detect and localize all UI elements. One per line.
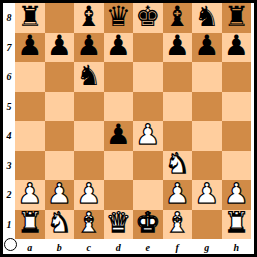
file-label-d: d xyxy=(104,239,134,254)
piece-black-rook: ♜ xyxy=(224,3,249,31)
board-layout: 87654321 ♜♝♛♚♝♞♜♟♟♟♟♟♟♟♞♟♟♞♟♟♟♟♟♟♜♞♝♛♚♝♜… xyxy=(3,3,251,254)
square-c6[interactable]: ♞ xyxy=(74,62,104,92)
piece-white-bishop: ♝ xyxy=(76,210,101,238)
piece-black-pawn: ♟ xyxy=(224,33,249,61)
square-h7[interactable]: ♟ xyxy=(222,33,252,63)
square-d4[interactable]: ♟ xyxy=(104,121,134,151)
square-f4[interactable] xyxy=(163,121,193,151)
square-b2[interactable]: ♟ xyxy=(45,180,75,210)
square-h5[interactable] xyxy=(222,92,252,122)
piece-white-knight: ♞ xyxy=(165,151,190,179)
square-e3[interactable] xyxy=(133,151,163,181)
square-h1[interactable]: ♜ xyxy=(222,210,252,240)
square-f1[interactable]: ♝ xyxy=(163,210,193,240)
piece-black-pawn: ♟ xyxy=(76,33,101,61)
piece-white-knight: ♞ xyxy=(47,210,72,238)
square-e5[interactable] xyxy=(133,92,163,122)
square-b8[interactable] xyxy=(45,3,75,33)
square-a6[interactable] xyxy=(15,62,45,92)
piece-white-rook: ♜ xyxy=(224,210,249,238)
square-a7[interactable]: ♟ xyxy=(15,33,45,63)
square-c2[interactable]: ♟ xyxy=(74,180,104,210)
square-a8[interactable]: ♜ xyxy=(15,3,45,33)
square-a3[interactable] xyxy=(15,151,45,181)
square-h8[interactable]: ♜ xyxy=(222,3,252,33)
rank-labels: 87654321 xyxy=(3,3,15,239)
piece-white-king: ♚ xyxy=(135,210,160,238)
rank-label-6: 6 xyxy=(3,62,15,92)
piece-black-pawn: ♟ xyxy=(106,33,131,61)
piece-black-rook: ♜ xyxy=(17,3,42,31)
square-h3[interactable] xyxy=(222,151,252,181)
file-label-f: f xyxy=(163,239,193,254)
piece-white-pawn: ♟ xyxy=(17,180,42,208)
square-b7[interactable]: ♟ xyxy=(45,33,75,63)
piece-black-pawn: ♟ xyxy=(165,33,190,61)
square-b1[interactable]: ♞ xyxy=(45,210,75,240)
square-e4[interactable]: ♟ xyxy=(133,121,163,151)
square-g4[interactable] xyxy=(192,121,222,151)
rank-label-7: 7 xyxy=(3,33,15,63)
square-g6[interactable] xyxy=(192,62,222,92)
chess-diagram: 87654321 ♜♝♛♚♝♞♜♟♟♟♟♟♟♟♞♟♟♞♟♟♟♟♟♟♜♞♝♛♚♝♜… xyxy=(0,0,257,257)
piece-black-pawn: ♟ xyxy=(106,121,131,149)
piece-black-pawn: ♟ xyxy=(17,33,42,61)
square-d8[interactable]: ♛ xyxy=(104,3,134,33)
piece-white-pawn: ♟ xyxy=(194,180,219,208)
square-a2[interactable]: ♟ xyxy=(15,180,45,210)
piece-black-queen: ♛ xyxy=(106,3,131,31)
square-d6[interactable] xyxy=(104,62,134,92)
piece-white-pawn: ♟ xyxy=(165,180,190,208)
piece-black-pawn: ♟ xyxy=(194,33,219,61)
piece-black-bishop: ♝ xyxy=(165,3,190,31)
square-e8[interactable]: ♚ xyxy=(133,3,163,33)
side-to-move-indicator xyxy=(4,238,17,251)
piece-black-knight: ♞ xyxy=(194,3,219,31)
square-c1[interactable]: ♝ xyxy=(74,210,104,240)
square-b5[interactable] xyxy=(45,92,75,122)
piece-white-bishop: ♝ xyxy=(165,210,190,238)
piece-black-knight: ♞ xyxy=(76,62,101,90)
file-label-b: b xyxy=(45,239,75,254)
square-e7[interactable] xyxy=(133,33,163,63)
square-e1[interactable]: ♚ xyxy=(133,210,163,240)
square-g7[interactable]: ♟ xyxy=(192,33,222,63)
file-label-g: g xyxy=(192,239,222,254)
square-g2[interactable]: ♟ xyxy=(192,180,222,210)
square-g8[interactable]: ♞ xyxy=(192,3,222,33)
square-d3[interactable] xyxy=(104,151,134,181)
square-g1[interactable] xyxy=(192,210,222,240)
square-b3[interactable] xyxy=(45,151,75,181)
square-f8[interactable]: ♝ xyxy=(163,3,193,33)
rank-label-1: 1 xyxy=(3,210,15,240)
square-b4[interactable] xyxy=(45,121,75,151)
piece-white-pawn: ♟ xyxy=(47,180,72,208)
file-label-h: h xyxy=(222,239,252,254)
file-label-a: a xyxy=(15,239,45,254)
square-c4[interactable] xyxy=(74,121,104,151)
square-f3[interactable]: ♞ xyxy=(163,151,193,181)
rank-label-5: 5 xyxy=(3,92,15,122)
file-label-c: c xyxy=(74,239,104,254)
square-d5[interactable] xyxy=(104,92,134,122)
square-g3[interactable] xyxy=(192,151,222,181)
square-c5[interactable] xyxy=(74,92,104,122)
square-h2[interactable]: ♟ xyxy=(222,180,252,210)
piece-black-pawn: ♟ xyxy=(47,33,72,61)
square-f5[interactable] xyxy=(163,92,193,122)
file-labels: abcdefgh xyxy=(15,239,251,254)
square-f2[interactable]: ♟ xyxy=(163,180,193,210)
piece-black-king: ♚ xyxy=(135,3,160,31)
square-a4[interactable] xyxy=(15,121,45,151)
rank-label-8: 8 xyxy=(3,3,15,33)
square-e6[interactable] xyxy=(133,62,163,92)
square-c3[interactable] xyxy=(74,151,104,181)
square-a5[interactable] xyxy=(15,92,45,122)
piece-white-pawn: ♟ xyxy=(224,180,249,208)
square-d2[interactable] xyxy=(104,180,134,210)
square-e2[interactable] xyxy=(133,180,163,210)
piece-white-pawn: ♟ xyxy=(76,180,101,208)
square-f7[interactable]: ♟ xyxy=(163,33,193,63)
square-c7[interactable]: ♟ xyxy=(74,33,104,63)
rank-label-2: 2 xyxy=(3,180,15,210)
piece-black-bishop: ♝ xyxy=(76,3,101,31)
square-h6[interactable] xyxy=(222,62,252,92)
square-a1[interactable]: ♜ xyxy=(15,210,45,240)
chess-board: ♜♝♛♚♝♞♜♟♟♟♟♟♟♟♞♟♟♞♟♟♟♟♟♟♜♞♝♛♚♝♜ xyxy=(15,3,251,239)
square-h4[interactable] xyxy=(222,121,252,151)
square-b6[interactable] xyxy=(45,62,75,92)
piece-white-rook: ♜ xyxy=(17,210,42,238)
rank-label-3: 3 xyxy=(3,151,15,181)
square-g5[interactable] xyxy=(192,92,222,122)
piece-white-pawn: ♟ xyxy=(135,121,160,149)
square-c8[interactable]: ♝ xyxy=(74,3,104,33)
square-f6[interactable] xyxy=(163,62,193,92)
piece-white-queen: ♛ xyxy=(106,210,131,238)
square-d7[interactable]: ♟ xyxy=(104,33,134,63)
square-d1[interactable]: ♛ xyxy=(104,210,134,240)
rank-label-4: 4 xyxy=(3,121,15,151)
file-label-e: e xyxy=(133,239,163,254)
